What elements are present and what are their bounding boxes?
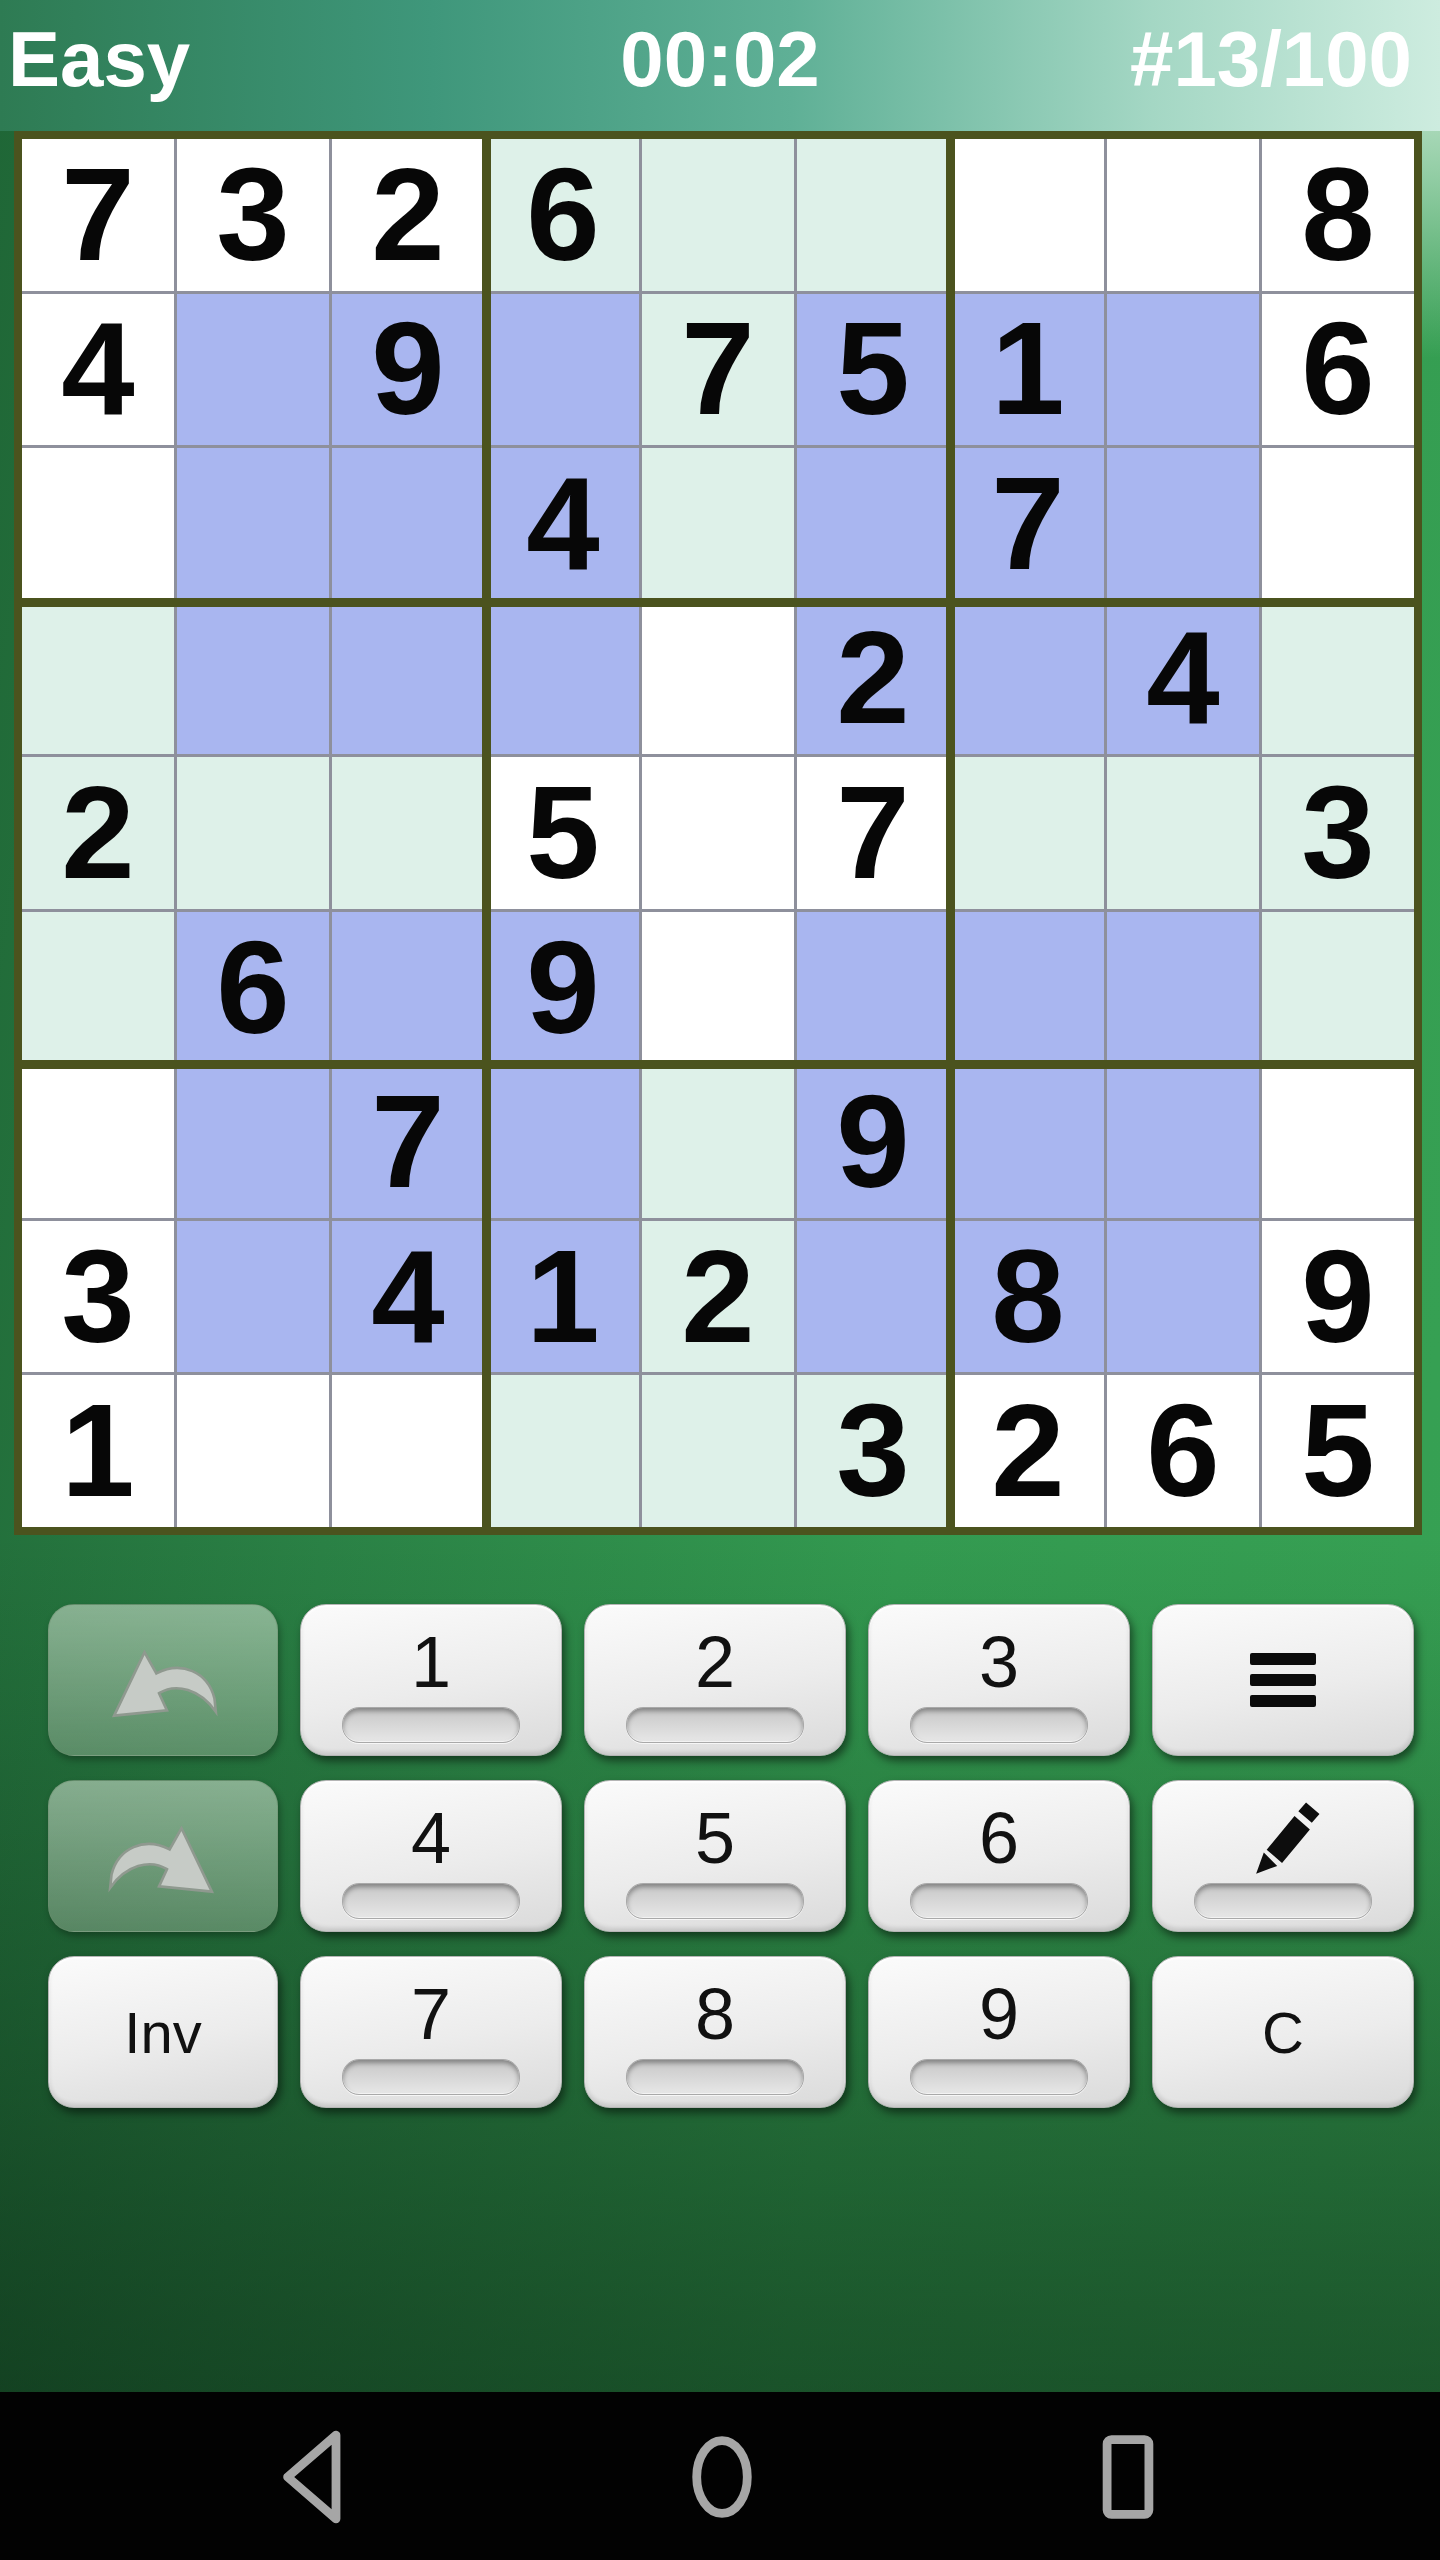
cell-r6c1[interactable]	[22, 912, 174, 1064]
cell-r2c1[interactable]: 4	[22, 294, 174, 446]
cell-r9c6[interactable]: 3	[797, 1375, 949, 1527]
cell-r2c6[interactable]: 5	[797, 294, 949, 446]
cell-r8c3[interactable]: 4	[332, 1221, 484, 1373]
cell-r3c3[interactable]	[332, 448, 484, 600]
cell-r6c4[interactable]: 9	[487, 912, 639, 1064]
cell-r1c6[interactable]	[797, 139, 949, 291]
cell-r9c8[interactable]: 6	[1107, 1375, 1259, 1527]
cell-r9c3[interactable]	[332, 1375, 484, 1527]
cell-r5c6[interactable]: 7	[797, 757, 949, 909]
key-digit-label: 9	[979, 1973, 1019, 2055]
cell-r1c8[interactable]	[1107, 139, 1259, 291]
difficulty-label: Easy	[8, 0, 190, 125]
count-pill	[342, 1707, 520, 1743]
redo-button[interactable]	[48, 1780, 278, 1932]
count-pill	[626, 1883, 804, 1919]
key-4-button[interactable]: 4	[300, 1780, 562, 1932]
cell-r8c4[interactable]: 1	[487, 1221, 639, 1373]
box-border-vertical-1	[482, 137, 491, 1529]
key-6-button[interactable]: 6	[868, 1780, 1130, 1932]
count-pill	[342, 2059, 520, 2095]
key-2-button[interactable]: 2	[584, 1604, 846, 1756]
home-button[interactable]	[667, 2422, 777, 2532]
timer: 00:02	[620, 0, 820, 125]
cell-r1c5[interactable]	[642, 139, 794, 291]
cell-r7c6[interactable]: 9	[797, 1066, 949, 1218]
cell-r3c5[interactable]	[642, 448, 794, 600]
key-digit-label: 1	[411, 1621, 451, 1703]
cell-r6c8[interactable]	[1107, 912, 1259, 1064]
cell-r7c9[interactable]	[1262, 1066, 1414, 1218]
undo-arrow-icon	[88, 1614, 238, 1746]
key-5-button[interactable]: 5	[584, 1780, 846, 1932]
cell-r8c2[interactable]	[177, 1221, 329, 1373]
cell-r4c3[interactable]	[332, 603, 484, 755]
cell-r8c6[interactable]	[797, 1221, 949, 1373]
recents-button[interactable]	[1073, 2422, 1183, 2532]
cell-r5c3[interactable]	[332, 757, 484, 909]
cell-r2c5[interactable]: 7	[642, 294, 794, 446]
cell-r9c5[interactable]	[642, 1375, 794, 1527]
cell-r7c7[interactable]	[952, 1066, 1104, 1218]
cell-r6c7[interactable]	[952, 912, 1104, 1064]
count-pill	[626, 2059, 804, 2095]
cell-r8c1[interactable]: 3	[22, 1221, 174, 1373]
pencil-button[interactable]	[1152, 1780, 1414, 1932]
cell-r2c2[interactable]	[177, 294, 329, 446]
cell-r8c9[interactable]: 9	[1262, 1221, 1414, 1373]
key-digit-label: 2	[695, 1621, 735, 1703]
cell-r3c9[interactable]	[1262, 448, 1414, 600]
cell-r4c8[interactable]: 4	[1107, 603, 1259, 755]
invert-label: Inv	[124, 1999, 201, 2066]
cell-r5c5[interactable]	[642, 757, 794, 909]
menu-bars-icon	[1250, 1644, 1316, 1716]
cell-r1c2[interactable]: 3	[177, 139, 329, 291]
count-pill	[626, 1707, 804, 1743]
key-7-button[interactable]: 7	[300, 1956, 562, 2108]
box-border-horizontal-2	[20, 1060, 1416, 1069]
cell-r2c9[interactable]: 6	[1262, 294, 1414, 446]
cell-r3c2[interactable]	[177, 448, 329, 600]
cell-r3c1[interactable]	[22, 448, 174, 600]
cell-r7c8[interactable]	[1107, 1066, 1259, 1218]
cell-r7c1[interactable]	[22, 1066, 174, 1218]
cell-r8c8[interactable]	[1107, 1221, 1259, 1373]
cell-r4c4[interactable]	[487, 603, 639, 755]
cell-r4c2[interactable]	[177, 603, 329, 755]
clear-label: C	[1262, 1999, 1304, 2066]
cell-r4c7[interactable]	[952, 603, 1104, 755]
cell-r1c4[interactable]: 6	[487, 139, 639, 291]
cell-r8c7[interactable]: 8	[952, 1221, 1104, 1373]
recents-icon	[1073, 2422, 1183, 2532]
key-1-button[interactable]: 1	[300, 1604, 562, 1756]
redo-arrow-icon	[88, 1790, 238, 1922]
cell-r7c3[interactable]: 7	[332, 1066, 484, 1218]
key-3-button[interactable]: 3	[868, 1604, 1130, 1756]
cell-r5c8[interactable]	[1107, 757, 1259, 909]
cell-r1c7[interactable]	[952, 139, 1104, 291]
sudoku-grid: 7326849751647242573697934128913265	[22, 139, 1414, 1527]
key-digit-label: 8	[695, 1973, 735, 2055]
undo-button[interactable]	[48, 1604, 278, 1756]
key-9-button[interactable]: 9	[868, 1956, 1130, 2108]
cell-r1c3[interactable]: 2	[332, 139, 484, 291]
cell-r5c7[interactable]	[952, 757, 1104, 909]
cell-r6c6[interactable]	[797, 912, 949, 1064]
box-border-vertical-2	[946, 137, 955, 1529]
top-bar: Easy 00:02 #13/100	[0, 0, 1440, 131]
android-nav-bar	[0, 2392, 1440, 2560]
back-button[interactable]	[270, 2422, 380, 2532]
key-digit-label: 7	[411, 1973, 451, 2055]
count-pill	[342, 1883, 520, 1919]
back-icon	[270, 2422, 380, 2532]
cell-r6c2[interactable]: 6	[177, 912, 329, 1064]
key-digit-label: 6	[979, 1797, 1019, 1879]
cell-r9c1[interactable]: 1	[22, 1375, 174, 1527]
cell-r2c8[interactable]	[1107, 294, 1259, 446]
cell-r2c3[interactable]: 9	[332, 294, 484, 446]
count-pill	[910, 1883, 1088, 1919]
key-8-button[interactable]: 8	[584, 1956, 846, 2108]
cell-r3c7[interactable]: 7	[952, 448, 1104, 600]
clear-button[interactable]: C	[1152, 1956, 1414, 2108]
cell-r7c2[interactable]	[177, 1066, 329, 1218]
count-pill	[910, 1707, 1088, 1743]
box-border-horizontal-1	[20, 598, 1416, 607]
puzzle-counter: #13/100	[1130, 0, 1412, 125]
menu-button[interactable]	[1152, 1604, 1414, 1756]
cell-r3c8[interactable]	[1107, 448, 1259, 600]
cell-r5c9[interactable]: 3	[1262, 757, 1414, 909]
cell-r5c2[interactable]	[177, 757, 329, 909]
pencil-icon	[1235, 1793, 1331, 1889]
invert-button[interactable]: Inv	[48, 1956, 278, 2108]
key-digit-label: 5	[695, 1797, 735, 1879]
cell-r3c4[interactable]: 4	[487, 448, 639, 600]
cell-r2c4[interactable]	[487, 294, 639, 446]
cell-r6c5[interactable]	[642, 912, 794, 1064]
cell-r9c4[interactable]	[487, 1375, 639, 1527]
cell-r7c5[interactable]	[642, 1066, 794, 1218]
keypad: 123456Inv789C	[48, 1604, 1414, 2108]
cell-r9c7[interactable]: 2	[952, 1375, 1104, 1527]
cell-r6c3[interactable]	[332, 912, 484, 1064]
cell-r2c7[interactable]: 1	[952, 294, 1104, 446]
sudoku-board: 7326849751647242573697934128913265	[14, 131, 1422, 1535]
cell-r4c1[interactable]	[22, 603, 174, 755]
cell-r1c9[interactable]: 8	[1262, 139, 1414, 291]
key-digit-label: 4	[411, 1797, 451, 1879]
home-icon	[667, 2422, 777, 2532]
cell-r9c9[interactable]: 5	[1262, 1375, 1414, 1527]
cell-r8c5[interactable]: 2	[642, 1221, 794, 1373]
cell-r3c6[interactable]	[797, 448, 949, 600]
cell-r5c4[interactable]: 5	[487, 757, 639, 909]
key-digit-label: 3	[979, 1621, 1019, 1703]
count-pill	[1194, 1883, 1372, 1919]
cell-r5c1[interactable]: 2	[22, 757, 174, 909]
cell-r9c2[interactable]	[177, 1375, 329, 1527]
cell-r4c6[interactable]: 2	[797, 603, 949, 755]
cell-r6c9[interactable]	[1262, 912, 1414, 1064]
cell-r1c1[interactable]: 7	[22, 139, 174, 291]
cell-r4c9[interactable]	[1262, 603, 1414, 755]
cell-r7c4[interactable]	[487, 1066, 639, 1218]
sudoku-app-screen: Easy 00:02 #13/100 732684975164724257369…	[0, 0, 1440, 2560]
count-pill	[910, 2059, 1088, 2095]
cell-r4c5[interactable]	[642, 603, 794, 755]
